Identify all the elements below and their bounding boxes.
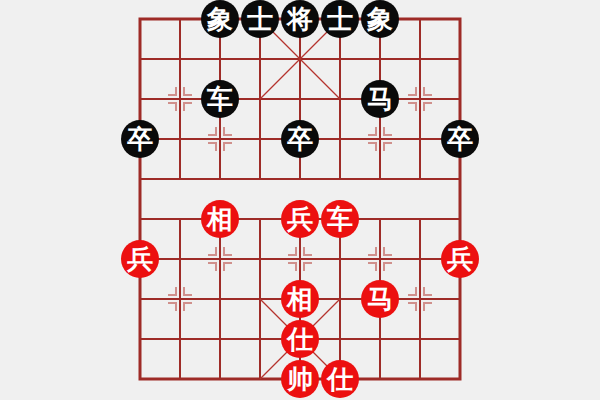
piece-red-general[interactable]: 帅 bbox=[281, 360, 319, 398]
piece-black-general[interactable]: 将 bbox=[281, 0, 319, 38]
piece-black-chariot[interactable]: 车 bbox=[201, 80, 239, 118]
piece-red-horse[interactable]: 马 bbox=[361, 280, 399, 318]
piece-black-advisor[interactable]: 士 bbox=[241, 0, 279, 38]
piece-black-soldier[interactable]: 卒 bbox=[441, 120, 479, 158]
piece-black-advisor[interactable]: 士 bbox=[321, 0, 359, 38]
piece-red-soldier[interactable]: 兵 bbox=[441, 240, 479, 278]
xiangqi-board: 象士将士象车马卒卒卒相兵车兵兵相马仕帅仕 bbox=[0, 0, 600, 400]
piece-black-elephant[interactable]: 象 bbox=[201, 0, 239, 38]
piece-red-chariot[interactable]: 车 bbox=[321, 200, 359, 238]
piece-black-soldier[interactable]: 卒 bbox=[121, 120, 159, 158]
piece-black-horse[interactable]: 马 bbox=[361, 80, 399, 118]
piece-red-advisor[interactable]: 仕 bbox=[321, 360, 359, 398]
piece-red-elephant[interactable]: 相 bbox=[281, 280, 319, 318]
pieces-layer: 象士将士象车马卒卒卒相兵车兵兵相马仕帅仕 bbox=[0, 0, 600, 400]
piece-red-soldier[interactable]: 兵 bbox=[281, 200, 319, 238]
piece-black-soldier[interactable]: 卒 bbox=[281, 120, 319, 158]
piece-red-advisor[interactable]: 仕 bbox=[281, 320, 319, 358]
piece-black-elephant[interactable]: 象 bbox=[361, 0, 399, 38]
piece-red-elephant[interactable]: 相 bbox=[201, 200, 239, 238]
piece-red-soldier[interactable]: 兵 bbox=[121, 240, 159, 278]
